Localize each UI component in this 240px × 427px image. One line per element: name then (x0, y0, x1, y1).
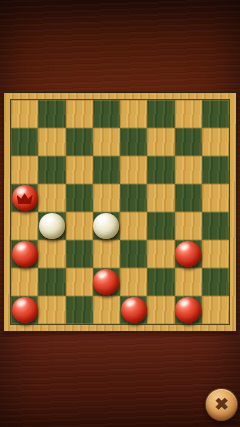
square-r1c6[interactable] (175, 128, 202, 156)
square-r2c5[interactable] (147, 156, 174, 184)
square-r6c6[interactable] (175, 268, 202, 296)
square-r3c2[interactable] (66, 184, 93, 212)
square-r0c7[interactable] (202, 100, 229, 128)
square-r7c1[interactable] (38, 296, 65, 324)
square-r2c6[interactable] (175, 156, 202, 184)
square-r0c2[interactable] (66, 100, 93, 128)
square-r3c7[interactable] (202, 184, 229, 212)
square-r3c0[interactable] (11, 184, 38, 212)
square-r5c0[interactable] (11, 240, 38, 268)
square-r6c3[interactable] (93, 268, 120, 296)
square-r2c0[interactable] (11, 156, 38, 184)
square-r0c0[interactable] (11, 100, 38, 128)
square-r5c3[interactable] (93, 240, 120, 268)
square-r3c1[interactable] (38, 184, 65, 212)
square-r3c6[interactable] (175, 184, 202, 212)
square-r5c6[interactable] (175, 240, 202, 268)
square-r5c1[interactable] (38, 240, 65, 268)
white-man-piece[interactable] (93, 213, 119, 239)
red-king-piece[interactable] (12, 185, 38, 211)
square-r5c4[interactable] (120, 240, 147, 268)
red-man-piece[interactable] (175, 297, 201, 323)
square-r1c4[interactable] (120, 128, 147, 156)
square-r3c5[interactable] (147, 184, 174, 212)
red-man-piece[interactable] (175, 241, 201, 267)
square-r0c5[interactable] (147, 100, 174, 128)
square-r7c3[interactable] (93, 296, 120, 324)
square-r2c7[interactable] (202, 156, 229, 184)
square-r1c1[interactable] (38, 128, 65, 156)
square-r6c7[interactable] (202, 268, 229, 296)
red-man-piece[interactable] (93, 269, 119, 295)
square-r5c5[interactable] (147, 240, 174, 268)
square-r4c0[interactable] (11, 212, 38, 240)
square-r3c4[interactable] (120, 184, 147, 212)
square-r4c4[interactable] (120, 212, 147, 240)
close-icon: ✖ (214, 396, 228, 413)
square-r1c0[interactable] (11, 128, 38, 156)
square-r0c4[interactable] (120, 100, 147, 128)
square-r7c2[interactable] (66, 296, 93, 324)
square-r7c0[interactable] (11, 296, 38, 324)
red-man-piece[interactable] (12, 241, 38, 267)
square-r5c7[interactable] (202, 240, 229, 268)
square-r6c1[interactable] (38, 268, 65, 296)
square-r2c1[interactable] (38, 156, 65, 184)
square-r1c5[interactable] (147, 128, 174, 156)
crown-icon (17, 193, 33, 204)
game-background: ✖ (0, 0, 240, 427)
square-r4c3[interactable] (93, 212, 120, 240)
square-r0c6[interactable] (175, 100, 202, 128)
square-r6c5[interactable] (147, 268, 174, 296)
red-man-piece[interactable] (121, 297, 147, 323)
close-button[interactable]: ✖ (205, 388, 238, 421)
board-grid (10, 99, 230, 325)
square-r3c3[interactable] (93, 184, 120, 212)
white-man-piece[interactable] (39, 213, 65, 239)
square-r1c7[interactable] (202, 128, 229, 156)
checkers-board (3, 92, 237, 332)
square-r6c0[interactable] (11, 268, 38, 296)
square-r7c4[interactable] (120, 296, 147, 324)
square-r4c2[interactable] (66, 212, 93, 240)
square-r6c4[interactable] (120, 268, 147, 296)
square-r1c2[interactable] (66, 128, 93, 156)
square-r0c3[interactable] (93, 100, 120, 128)
square-r2c2[interactable] (66, 156, 93, 184)
square-r1c3[interactable] (93, 128, 120, 156)
square-r7c5[interactable] (147, 296, 174, 324)
square-r4c6[interactable] (175, 212, 202, 240)
square-r4c5[interactable] (147, 212, 174, 240)
square-r6c2[interactable] (66, 268, 93, 296)
square-r2c4[interactable] (120, 156, 147, 184)
square-r4c1[interactable] (38, 212, 65, 240)
square-r0c1[interactable] (38, 100, 65, 128)
square-r2c3[interactable] (93, 156, 120, 184)
square-r7c7[interactable] (202, 296, 229, 324)
square-r5c2[interactable] (66, 240, 93, 268)
square-r4c7[interactable] (202, 212, 229, 240)
red-man-piece[interactable] (12, 297, 38, 323)
square-r7c6[interactable] (175, 296, 202, 324)
